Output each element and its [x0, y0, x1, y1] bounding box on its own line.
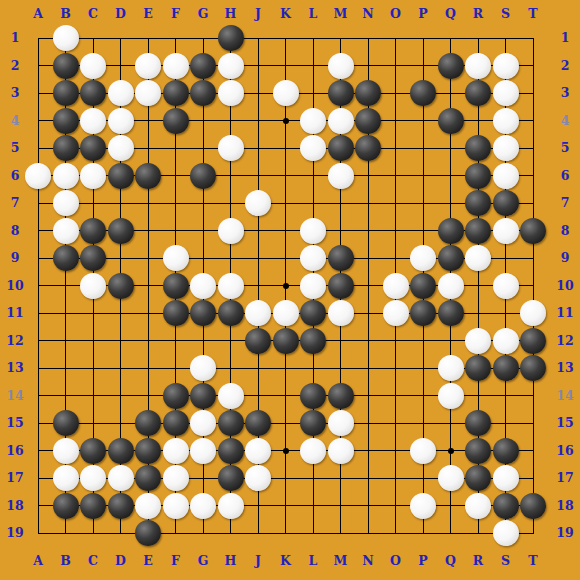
coord-label-top-Q: Q	[445, 8, 456, 21]
stone-white-M2	[328, 53, 354, 79]
stone-white-O10	[383, 273, 409, 299]
coord-label-bottom-A: A	[33, 555, 43, 568]
stone-white-M16	[328, 438, 354, 464]
stone-white-R9	[465, 245, 491, 271]
stone-white-C10	[80, 273, 106, 299]
stone-white-F2	[163, 53, 189, 79]
stone-white-P9	[410, 245, 436, 271]
star-point-K10	[283, 283, 289, 289]
stone-black-L15	[300, 410, 326, 436]
stone-black-R17	[465, 465, 491, 491]
stone-black-J12	[245, 328, 271, 354]
stone-black-D6	[108, 163, 134, 189]
stone-white-H8	[218, 218, 244, 244]
coord-label-left-9: 9	[11, 252, 20, 265]
coord-label-top-P: P	[418, 8, 427, 21]
stone-black-S18	[493, 493, 519, 519]
stone-black-R13	[465, 355, 491, 381]
stone-white-G18	[190, 493, 216, 519]
stone-black-M10	[328, 273, 354, 299]
stone-black-C8	[80, 218, 106, 244]
grid-line	[533, 38, 534, 534]
stone-white-J17	[245, 465, 271, 491]
stone-white-L16	[300, 438, 326, 464]
coord-label-left-5: 5	[11, 142, 20, 155]
coord-label-top-S: S	[501, 8, 510, 21]
coord-label-bottom-O: O	[390, 555, 401, 568]
stone-black-R7	[465, 190, 491, 216]
stone-white-B6	[53, 163, 79, 189]
stone-white-H5	[218, 135, 244, 161]
stone-black-E16	[135, 438, 161, 464]
stone-black-G11	[190, 300, 216, 326]
stone-black-H16	[218, 438, 244, 464]
coord-label-top-G: G	[198, 8, 209, 21]
coord-label-top-N: N	[362, 8, 373, 21]
coord-label-top-E: E	[143, 8, 153, 21]
star-point-K16	[283, 448, 289, 454]
coord-label-right-16: 16	[556, 444, 573, 457]
stone-black-C9	[80, 245, 106, 271]
coord-label-left-18: 18	[6, 499, 23, 512]
coord-label-bottom-H: H	[225, 555, 237, 568]
coord-label-right-5: 5	[561, 142, 570, 155]
stone-white-E2	[135, 53, 161, 79]
stone-black-B15	[53, 410, 79, 436]
coord-label-bottom-S: S	[501, 555, 510, 568]
stone-black-F3	[163, 80, 189, 106]
stone-white-F18	[163, 493, 189, 519]
star-point-K4	[283, 118, 289, 124]
stone-white-S5	[493, 135, 519, 161]
coord-label-right-11: 11	[556, 307, 573, 320]
coord-label-top-B: B	[60, 8, 71, 21]
coord-label-right-12: 12	[556, 334, 573, 347]
coord-label-top-R: R	[473, 8, 483, 21]
coord-label-left-1: 1	[11, 32, 20, 45]
coord-label-bottom-P: P	[418, 555, 427, 568]
stone-black-T13	[520, 355, 546, 381]
coord-label-right-7: 7	[561, 197, 570, 210]
coord-label-left-7: 7	[11, 197, 20, 210]
stone-white-M11	[328, 300, 354, 326]
coord-label-right-18: 18	[556, 499, 573, 512]
stone-black-R16	[465, 438, 491, 464]
stone-white-R18	[465, 493, 491, 519]
stone-black-C18	[80, 493, 106, 519]
coord-label-bottom-C: C	[88, 555, 98, 568]
stone-white-Q17	[438, 465, 464, 491]
stone-white-R12	[465, 328, 491, 354]
coord-label-bottom-K: K	[280, 555, 291, 568]
stone-black-R3	[465, 80, 491, 106]
stone-white-C2	[80, 53, 106, 79]
stone-black-J15	[245, 410, 271, 436]
stone-white-O11	[383, 300, 409, 326]
stone-white-T11	[520, 300, 546, 326]
grid-line	[38, 423, 534, 424]
coord-label-bottom-D: D	[115, 555, 126, 568]
stone-white-S3	[493, 80, 519, 106]
stone-white-H10	[218, 273, 244, 299]
coord-label-bottom-F: F	[171, 555, 180, 568]
stone-white-D5	[108, 135, 134, 161]
stone-white-G10	[190, 273, 216, 299]
stone-black-F15	[163, 410, 189, 436]
coord-label-left-15: 15	[6, 417, 23, 430]
stone-white-H3	[218, 80, 244, 106]
stone-black-P10	[410, 273, 436, 299]
stone-white-S12	[493, 328, 519, 354]
stone-white-L10	[300, 273, 326, 299]
stone-white-A6	[25, 163, 51, 189]
coord-label-left-3: 3	[11, 87, 20, 100]
stone-white-L5	[300, 135, 326, 161]
stone-white-F9	[163, 245, 189, 271]
stone-white-B1	[53, 25, 79, 51]
stone-black-F10	[163, 273, 189, 299]
stone-black-R15	[465, 410, 491, 436]
coord-label-left-16: 16	[6, 444, 23, 457]
stone-white-S6	[493, 163, 519, 189]
stone-black-S13	[493, 355, 519, 381]
stone-black-C5	[80, 135, 106, 161]
stone-black-D8	[108, 218, 134, 244]
stone-white-F16	[163, 438, 189, 464]
stone-black-G3	[190, 80, 216, 106]
coord-label-top-M: M	[334, 8, 348, 21]
stone-black-N3	[355, 80, 381, 106]
coord-label-top-L: L	[309, 8, 318, 21]
stone-white-K3	[273, 80, 299, 106]
stone-black-M5	[328, 135, 354, 161]
stone-black-M9	[328, 245, 354, 271]
coord-label-right-14: 14	[556, 389, 573, 402]
coord-label-bottom-L: L	[309, 555, 318, 568]
coord-label-right-4: 4	[561, 114, 570, 127]
stone-black-Q2	[438, 53, 464, 79]
stone-white-S2	[493, 53, 519, 79]
coord-label-top-K: K	[280, 8, 291, 21]
coord-label-bottom-Q: Q	[445, 555, 456, 568]
stone-white-H18	[218, 493, 244, 519]
stone-white-J11	[245, 300, 271, 326]
stone-white-Q10	[438, 273, 464, 299]
coord-label-right-17: 17	[556, 472, 573, 485]
stone-black-B3	[53, 80, 79, 106]
stone-white-J16	[245, 438, 271, 464]
stone-white-L9	[300, 245, 326, 271]
coord-label-left-8: 8	[11, 224, 20, 237]
stone-white-S19	[493, 520, 519, 546]
coord-label-left-10: 10	[6, 279, 23, 292]
stone-black-T12	[520, 328, 546, 354]
stone-white-J7	[245, 190, 271, 216]
stone-white-G16	[190, 438, 216, 464]
stone-black-B2	[53, 53, 79, 79]
stone-black-T18	[520, 493, 546, 519]
stone-white-S4	[493, 108, 519, 134]
stone-white-E18	[135, 493, 161, 519]
stone-white-S10	[493, 273, 519, 299]
coord-label-left-6: 6	[11, 169, 20, 182]
coord-label-bottom-T: T	[528, 555, 537, 568]
stone-white-D17	[108, 465, 134, 491]
stone-white-M6	[328, 163, 354, 189]
stone-black-P11	[410, 300, 436, 326]
coord-label-right-2: 2	[561, 59, 570, 72]
coord-label-top-A: A	[33, 8, 43, 21]
stone-white-H14	[218, 383, 244, 409]
stone-black-Q4	[438, 108, 464, 134]
stone-black-M3	[328, 80, 354, 106]
stone-black-R8	[465, 218, 491, 244]
coord-label-right-9: 9	[561, 252, 570, 265]
coord-label-left-12: 12	[6, 334, 23, 347]
stone-black-E17	[135, 465, 161, 491]
coord-label-right-10: 10	[556, 279, 573, 292]
grid-line	[38, 533, 534, 534]
coord-label-top-F: F	[171, 8, 180, 21]
stone-black-C16	[80, 438, 106, 464]
stone-white-B7	[53, 190, 79, 216]
stone-black-M14	[328, 383, 354, 409]
stone-white-B17	[53, 465, 79, 491]
stone-white-C4	[80, 108, 106, 134]
coord-label-left-19: 19	[6, 527, 23, 540]
star-point-Q16	[448, 448, 454, 454]
stone-black-T8	[520, 218, 546, 244]
coord-label-bottom-M: M	[334, 555, 348, 568]
stone-black-D18	[108, 493, 134, 519]
coord-label-right-8: 8	[561, 224, 570, 237]
coord-label-bottom-N: N	[362, 555, 373, 568]
stone-black-H15	[218, 410, 244, 436]
stone-white-D4	[108, 108, 134, 134]
coord-label-bottom-J: J	[255, 555, 261, 568]
stone-black-K12	[273, 328, 299, 354]
stone-black-Q9	[438, 245, 464, 271]
stone-white-G15	[190, 410, 216, 436]
stone-black-N4	[355, 108, 381, 134]
stone-white-B8	[53, 218, 79, 244]
coord-label-right-13: 13	[556, 362, 573, 375]
stone-black-H11	[218, 300, 244, 326]
stone-black-H1	[218, 25, 244, 51]
stone-black-E15	[135, 410, 161, 436]
stone-black-F4	[163, 108, 189, 134]
stone-white-Q13	[438, 355, 464, 381]
stone-white-D3	[108, 80, 134, 106]
coord-label-top-D: D	[115, 8, 126, 21]
stone-black-L12	[300, 328, 326, 354]
coord-label-left-13: 13	[6, 362, 23, 375]
stone-black-G2	[190, 53, 216, 79]
stone-black-N5	[355, 135, 381, 161]
stone-white-L8	[300, 218, 326, 244]
coord-label-right-15: 15	[556, 417, 573, 430]
stone-white-F17	[163, 465, 189, 491]
stone-black-D16	[108, 438, 134, 464]
stone-white-E3	[135, 80, 161, 106]
coord-label-bottom-B: B	[60, 555, 71, 568]
stone-white-M4	[328, 108, 354, 134]
stone-black-E19	[135, 520, 161, 546]
coord-label-top-J: J	[255, 8, 261, 21]
coord-label-right-1: 1	[561, 32, 570, 45]
stone-black-S7	[493, 190, 519, 216]
stone-black-R6	[465, 163, 491, 189]
coord-label-right-3: 3	[561, 87, 570, 100]
coord-label-bottom-E: E	[143, 555, 153, 568]
stone-white-S17	[493, 465, 519, 491]
coord-label-bottom-G: G	[198, 555, 209, 568]
stone-black-S16	[493, 438, 519, 464]
coord-label-top-C: C	[88, 8, 98, 21]
stone-black-C3	[80, 80, 106, 106]
stone-white-Q14	[438, 383, 464, 409]
stone-white-L4	[300, 108, 326, 134]
stone-white-G13	[190, 355, 216, 381]
coord-label-left-2: 2	[11, 59, 20, 72]
stone-white-K11	[273, 300, 299, 326]
stone-black-H17	[218, 465, 244, 491]
stone-black-B5	[53, 135, 79, 161]
coord-label-top-H: H	[225, 8, 237, 21]
stone-white-P16	[410, 438, 436, 464]
go-board[interactable]: AABBCCDDEEFFGGHHJJKKLLMMNNOOPPQQRRSSTT11…	[0, 0, 580, 580]
stone-white-S8	[493, 218, 519, 244]
stone-black-G6	[190, 163, 216, 189]
stone-black-F14	[163, 383, 189, 409]
stone-white-R2	[465, 53, 491, 79]
coord-label-left-11: 11	[6, 307, 23, 320]
coord-label-left-14: 14	[6, 389, 23, 402]
stone-black-Q8	[438, 218, 464, 244]
stone-white-H2	[218, 53, 244, 79]
stone-white-C6	[80, 163, 106, 189]
coord-label-top-T: T	[528, 8, 537, 21]
stone-black-D10	[108, 273, 134, 299]
stone-black-L11	[300, 300, 326, 326]
stone-black-B9	[53, 245, 79, 271]
stone-black-R5	[465, 135, 491, 161]
stone-white-M15	[328, 410, 354, 436]
stone-black-G14	[190, 383, 216, 409]
coord-label-left-4: 4	[11, 114, 20, 127]
stone-black-B4	[53, 108, 79, 134]
stone-white-P18	[410, 493, 436, 519]
coord-label-left-17: 17	[6, 472, 23, 485]
stone-black-Q11	[438, 300, 464, 326]
stone-black-L14	[300, 383, 326, 409]
coord-label-right-6: 6	[561, 169, 570, 182]
stone-black-E6	[135, 163, 161, 189]
coord-label-right-19: 19	[556, 527, 573, 540]
stone-white-B16	[53, 438, 79, 464]
stone-black-B18	[53, 493, 79, 519]
stone-white-C17	[80, 465, 106, 491]
coord-label-top-O: O	[390, 8, 401, 21]
stone-black-P3	[410, 80, 436, 106]
coord-label-bottom-R: R	[473, 555, 483, 568]
stone-black-F11	[163, 300, 189, 326]
